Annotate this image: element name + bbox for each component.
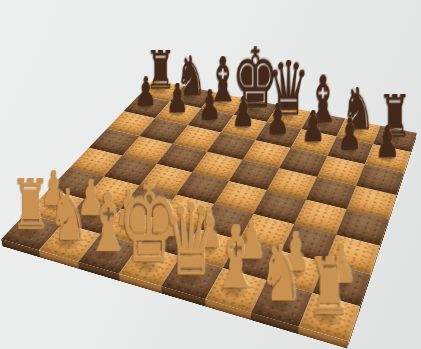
- white-bishop-glyph: ♝: [210, 224, 259, 291]
- white-knight-glyph: ♞: [48, 188, 88, 244]
- black-pawn-glyph: ♟: [374, 125, 399, 160]
- white-knight-glyph: ♞: [258, 243, 302, 304]
- render-scene: ♜♞♝♚♛♝♞♜♟♟♟♟♟♟♟♟♟♟♟♟♟♟♟♟♜♞♝♚♛♝♞♜: [0, 0, 421, 349]
- black-pawn-glyph: ♟: [165, 82, 188, 114]
- chess-board: ♜♞♝♚♛♝♞♜♟♟♟♟♟♟♟♟♟♟♟♟♟♟♟♟♜♞♝♚♛♝♞♜: [1, 80, 417, 341]
- black-pawn-glyph: ♟: [301, 110, 325, 144]
- black-pawn-glyph: ♟: [265, 103, 289, 136]
- black-pawn-glyph: ♟: [337, 117, 362, 151]
- black-pawn-glyph: ♟: [231, 96, 255, 129]
- white-rook-glyph: ♜: [10, 178, 50, 233]
- black-pawn-glyph: ♟: [198, 89, 221, 121]
- white-rook-glyph: ♜: [306, 256, 351, 319]
- black-pawn-glyph: ♟: [134, 76, 157, 107]
